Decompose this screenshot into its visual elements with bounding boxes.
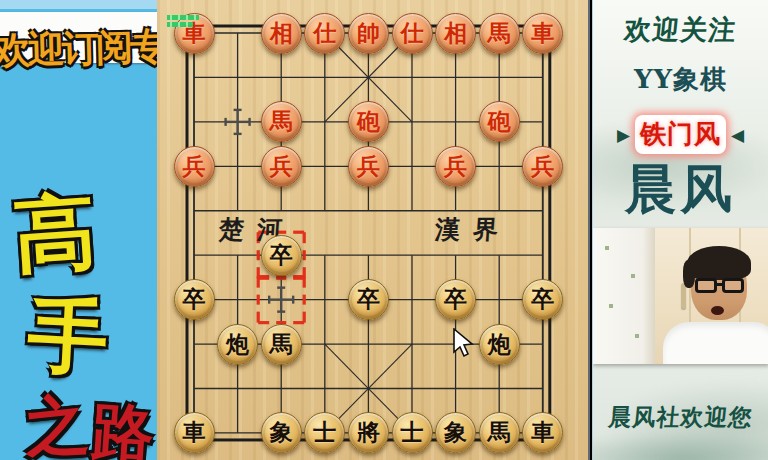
piece-black-chariot[interactable]: 車	[174, 412, 215, 453]
badge-right-arrow-icon: ◀	[731, 125, 744, 145]
xiangqi-board[interactable]: 楚河 漢界 車相仕帥仕相馬車馬砲砲兵兵兵兵兵卒卒卒卒卒炮馬炮車象士將士象馬車	[157, 0, 590, 460]
left-top-strip	[0, 0, 157, 9]
river-label-right: 漢界	[434, 213, 512, 246]
stream-frame: 欢迎订阅专栏 高 手 之 路 楚河 漢界 車相仕帥仕相馬車馬砲砲兵兵兵兵兵卒卒卒…	[0, 0, 768, 460]
piece-red-advisor[interactable]: 仕	[392, 13, 433, 54]
piece-black-elephant[interactable]: 象	[261, 412, 302, 453]
vertical-title-char-2: 之	[21, 391, 91, 460]
piece-red-general[interactable]: 帥	[348, 13, 389, 54]
webcam-video	[593, 228, 768, 364]
vertical-title-char-3: 路	[90, 400, 156, 460]
mist-decor	[592, 430, 768, 460]
piece-red-horse[interactable]: 馬	[479, 13, 520, 54]
piece-black-horse[interactable]: 馬	[261, 324, 302, 365]
piece-red-chariot[interactable]: 車	[522, 13, 563, 54]
piece-black-cannon[interactable]: 炮	[217, 324, 258, 365]
piece-red-soldier[interactable]: 兵	[348, 146, 389, 187]
glasses	[693, 278, 749, 294]
piece-red-advisor[interactable]: 仕	[304, 13, 345, 54]
channel-title: YY象棋	[593, 62, 768, 97]
badge-label: 铁门风	[640, 119, 721, 149]
piece-red-cannon[interactable]: 砲	[348, 101, 389, 142]
badge-left-arrow-icon: ▶	[617, 125, 630, 145]
piece-black-advisor[interactable]: 士	[392, 412, 433, 453]
streamer-name: 晨风	[593, 155, 768, 225]
piece-red-elephant[interactable]: 相	[261, 13, 302, 54]
left-banner-panel: 欢迎订阅专栏 高 手 之 路	[0, 0, 157, 460]
piece-black-soldier[interactable]: 卒	[348, 279, 389, 320]
piece-black-soldier[interactable]: 卒	[261, 235, 302, 276]
subscribe-banner: 欢迎订阅专栏	[0, 24, 157, 74]
watermark	[167, 15, 199, 29]
streamer-badge: ▶ 铁门风 ◀	[593, 115, 768, 154]
vertical-title-char-0: 高	[11, 189, 99, 277]
webcam-person	[655, 250, 768, 364]
footer-welcome: 晨风社欢迎您	[592, 402, 768, 433]
piece-black-soldier[interactable]: 卒	[435, 279, 476, 320]
vertical-title-char-1: 手	[26, 294, 110, 378]
piece-black-soldier[interactable]: 卒	[174, 279, 215, 320]
mouse-cursor	[453, 328, 475, 358]
piece-red-soldier[interactable]: 兵	[435, 146, 476, 187]
follow-text: 欢迎关注	[592, 12, 768, 48]
piece-red-cannon[interactable]: 砲	[479, 101, 520, 142]
piece-red-soldier[interactable]: 兵	[174, 146, 215, 187]
curtain	[593, 228, 655, 364]
piece-black-cannon[interactable]: 炮	[479, 324, 520, 365]
piece-black-horse[interactable]: 馬	[479, 412, 520, 453]
streamer-panel: 欢迎关注 YY象棋 ▶ 铁门风 ◀ 晨风 晨风社欢迎您	[592, 0, 768, 460]
piece-red-soldier[interactable]: 兵	[261, 146, 302, 187]
piece-red-horse[interactable]: 馬	[261, 101, 302, 142]
piece-red-elephant[interactable]: 相	[435, 13, 476, 54]
piece-red-soldier[interactable]: 兵	[522, 146, 563, 187]
subscribe-banner-band: 欢迎订阅专栏	[0, 12, 157, 63]
